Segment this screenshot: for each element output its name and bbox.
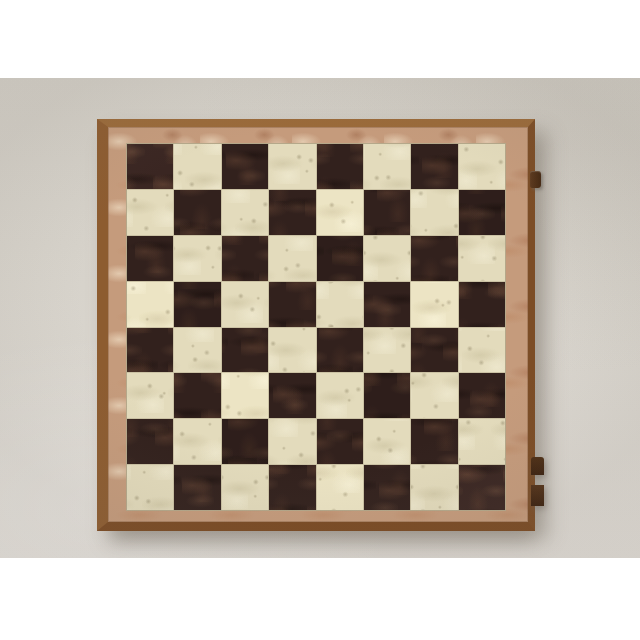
square-a6[interactable]: [127, 236, 173, 281]
square-d3[interactable]: [269, 373, 315, 418]
square-f3[interactable]: [364, 373, 410, 418]
square-b5[interactable]: [174, 282, 220, 327]
square-d1[interactable]: [269, 465, 315, 510]
square-e7[interactable]: [317, 190, 363, 235]
square-b4[interactable]: [174, 328, 220, 373]
letterbox-bottom: [0, 558, 640, 640]
photo-area: [0, 78, 640, 558]
square-g7[interactable]: [411, 190, 457, 235]
hinge-clasp-lower-icon: [531, 457, 544, 513]
square-e2[interactable]: [317, 419, 363, 464]
square-h5[interactable]: [459, 282, 505, 327]
board-squares: [127, 144, 505, 510]
square-a1[interactable]: [127, 465, 173, 510]
square-d5[interactable]: [269, 282, 315, 327]
square-b8[interactable]: [174, 144, 220, 189]
chess-board: [97, 119, 535, 531]
square-h8[interactable]: [459, 144, 505, 189]
square-a5[interactable]: [127, 282, 173, 327]
square-d7[interactable]: [269, 190, 315, 235]
letterbox-top: [0, 0, 640, 78]
square-g6[interactable]: [411, 236, 457, 281]
square-h3[interactable]: [459, 373, 505, 418]
square-b3[interactable]: [174, 373, 220, 418]
square-a3[interactable]: [127, 373, 173, 418]
square-e8[interactable]: [317, 144, 363, 189]
square-d6[interactable]: [269, 236, 315, 281]
square-g2[interactable]: [411, 419, 457, 464]
square-f8[interactable]: [364, 144, 410, 189]
square-e6[interactable]: [317, 236, 363, 281]
square-f7[interactable]: [364, 190, 410, 235]
square-f2[interactable]: [364, 419, 410, 464]
square-e5[interactable]: [317, 282, 363, 327]
square-c7[interactable]: [222, 190, 268, 235]
square-f5[interactable]: [364, 282, 410, 327]
square-f6[interactable]: [364, 236, 410, 281]
square-e4[interactable]: [317, 328, 363, 373]
square-d8[interactable]: [269, 144, 315, 189]
square-g8[interactable]: [411, 144, 457, 189]
square-b2[interactable]: [174, 419, 220, 464]
square-g1[interactable]: [411, 465, 457, 510]
square-c1[interactable]: [222, 465, 268, 510]
square-a4[interactable]: [127, 328, 173, 373]
square-b6[interactable]: [174, 236, 220, 281]
square-g4[interactable]: [411, 328, 457, 373]
square-b1[interactable]: [174, 465, 220, 510]
square-h2[interactable]: [459, 419, 505, 464]
square-d2[interactable]: [269, 419, 315, 464]
square-e3[interactable]: [317, 373, 363, 418]
square-b7[interactable]: [174, 190, 220, 235]
square-c2[interactable]: [222, 419, 268, 464]
square-f1[interactable]: [364, 465, 410, 510]
square-a2[interactable]: [127, 419, 173, 464]
square-h4[interactable]: [459, 328, 505, 373]
square-c3[interactable]: [222, 373, 268, 418]
square-c4[interactable]: [222, 328, 268, 373]
board-marble-border: [108, 127, 528, 522]
hinge-clasp-upper-icon: [530, 171, 541, 188]
square-h6[interactable]: [459, 236, 505, 281]
square-a7[interactable]: [127, 190, 173, 235]
square-c8[interactable]: [222, 144, 268, 189]
square-g3[interactable]: [411, 373, 457, 418]
square-a8[interactable]: [127, 144, 173, 189]
square-f4[interactable]: [364, 328, 410, 373]
square-g5[interactable]: [411, 282, 457, 327]
square-d4[interactable]: [269, 328, 315, 373]
square-h1[interactable]: [459, 465, 505, 510]
square-e1[interactable]: [317, 465, 363, 510]
square-c6[interactable]: [222, 236, 268, 281]
square-c5[interactable]: [222, 282, 268, 327]
square-h7[interactable]: [459, 190, 505, 235]
